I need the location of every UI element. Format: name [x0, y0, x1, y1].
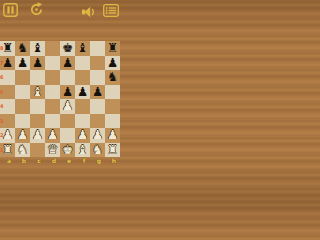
piece-black-knight[interactable]: ♞: [107, 70, 118, 84]
piece-black-pawn[interactable]: ♟: [62, 56, 73, 70]
square-h4[interactable]: [105, 99, 120, 114]
piece-black-pawn[interactable]: ♟: [107, 56, 118, 70]
piece-black-knight[interactable]: ♞: [17, 41, 28, 55]
square-e5[interactable]: ♟: [60, 85, 75, 100]
square-g1[interactable]: ♞: [90, 143, 105, 158]
piece-black-pawn[interactable]: ♟: [17, 56, 28, 70]
piece-black-rook[interactable]: ♜: [107, 41, 118, 55]
file-label-f: f: [75, 157, 90, 165]
piece-black-bishop[interactable]: ♝: [77, 41, 88, 55]
square-h5[interactable]: [105, 85, 120, 100]
square-e7[interactable]: ♟: [60, 56, 75, 71]
square-b7[interactable]: ♟: [15, 56, 30, 71]
piece-white-bishop[interactable]: ♝: [32, 85, 43, 99]
square-d2[interactable]: ♟: [45, 128, 60, 143]
piece-black-pawn[interactable]: ♟: [32, 56, 43, 70]
square-d7[interactable]: [45, 56, 60, 71]
piece-white-queen[interactable]: ♛: [47, 143, 58, 157]
chess-app: { "app": {"description": "wooden chess g…: [0, 0, 120, 200]
file-label-b: b: [15, 157, 30, 165]
square-f3[interactable]: [75, 114, 90, 129]
square-c1[interactable]: [30, 143, 45, 158]
square-c4[interactable]: [30, 99, 45, 114]
square-b4[interactable]: [15, 99, 30, 114]
file-label-h: h: [105, 157, 120, 165]
square-h8[interactable]: ♜: [105, 41, 120, 56]
file-label-d: d: [45, 157, 60, 165]
square-e8[interactable]: ♚: [60, 41, 75, 56]
file-labels: abcdefgh: [0, 157, 120, 165]
square-d5[interactable]: [45, 85, 60, 100]
piece-white-pawn[interactable]: ♟: [77, 128, 88, 142]
piece-black-bishop[interactable]: ♝: [32, 41, 43, 55]
square-d6[interactable]: [45, 70, 60, 85]
square-f5[interactable]: ♟: [75, 85, 90, 100]
file-label-g: g: [90, 157, 105, 165]
square-e2[interactable]: [60, 128, 75, 143]
piece-white-pawn[interactable]: ♟: [92, 128, 103, 142]
pause-icon: [3, 3, 18, 17]
piece-white-pawn[interactable]: ♟: [107, 128, 118, 142]
piece-white-pawn[interactable]: ♟: [32, 128, 43, 142]
square-d8[interactable]: [45, 41, 60, 56]
square-g5[interactable]: ♟: [90, 85, 105, 100]
piece-white-pawn[interactable]: ♟: [47, 128, 58, 142]
file-label-a: a: [0, 157, 15, 165]
rank-label-4: 4: [0, 99, 5, 114]
square-g2[interactable]: ♟: [90, 128, 105, 143]
square-f4[interactable]: [75, 99, 90, 114]
square-h3[interactable]: [105, 114, 120, 129]
rank-label-1: 1: [0, 143, 5, 158]
square-h6[interactable]: ♞: [105, 70, 120, 85]
file-label-c: c: [30, 157, 45, 165]
square-g3[interactable]: [90, 114, 105, 129]
piece-white-pawn[interactable]: ♟: [17, 128, 28, 142]
square-f7[interactable]: [75, 56, 90, 71]
square-h7[interactable]: ♟: [105, 56, 120, 71]
piece-black-king[interactable]: ♚: [62, 41, 73, 55]
piece-white-bishop[interactable]: ♝: [77, 143, 88, 157]
square-b1[interactable]: ♞: [15, 143, 30, 158]
square-c6[interactable]: [30, 70, 45, 85]
piece-white-rook[interactable]: ♜: [107, 143, 118, 157]
square-f6[interactable]: [75, 70, 90, 85]
square-e4[interactable]: ♟: [60, 99, 75, 114]
menu-button[interactable]: [103, 2, 119, 21]
menu-icon: [103, 4, 119, 17]
rotate-icon: [28, 2, 45, 17]
rank-label-3: 3: [0, 114, 5, 129]
square-d3[interactable]: [45, 114, 60, 129]
piece-black-pawn[interactable]: ♟: [62, 85, 73, 99]
square-c3[interactable]: [30, 114, 45, 129]
rank-label-8: 8: [0, 41, 5, 56]
square-e3[interactable]: [60, 114, 75, 129]
square-b8[interactable]: ♞: [15, 41, 30, 56]
square-g7[interactable]: [90, 56, 105, 71]
square-d1[interactable]: ♛: [45, 143, 60, 158]
rank-label-7: 7: [0, 56, 5, 71]
sound-icon: [81, 6, 96, 18]
piece-black-pawn[interactable]: ♟: [92, 85, 103, 99]
rotate-button[interactable]: [28, 2, 45, 21]
square-e6[interactable]: [60, 70, 75, 85]
square-e1[interactable]: ♚: [60, 143, 75, 158]
piece-black-pawn[interactable]: ♟: [77, 85, 88, 99]
rank-label-6: 6: [0, 70, 5, 85]
square-h1[interactable]: ♜: [105, 143, 120, 158]
rank-label-5: 5: [0, 85, 5, 100]
piece-white-pawn[interactable]: ♟: [62, 99, 73, 113]
square-c5[interactable]: ♝: [30, 85, 45, 100]
piece-white-knight[interactable]: ♞: [17, 143, 28, 157]
square-c7[interactable]: ♟: [30, 56, 45, 71]
square-c2[interactable]: ♟: [30, 128, 45, 143]
square-f2[interactable]: ♟: [75, 128, 90, 143]
square-g4[interactable]: [90, 99, 105, 114]
pause-button[interactable]: [3, 2, 18, 21]
sound-button[interactable]: [81, 3, 96, 22]
square-c8[interactable]: ♝: [30, 41, 45, 56]
square-f8[interactable]: ♝: [75, 41, 90, 56]
square-b6[interactable]: [15, 70, 30, 85]
file-label-e: e: [60, 157, 75, 165]
square-h2[interactable]: ♟: [105, 128, 120, 143]
square-g6[interactable]: [90, 70, 105, 85]
piece-white-king[interactable]: ♚: [62, 143, 73, 157]
square-f1[interactable]: ♝: [75, 143, 90, 158]
piece-white-knight[interactable]: ♞: [92, 143, 103, 157]
square-b2[interactable]: ♟: [15, 128, 30, 143]
rank-label-2: 2: [0, 128, 5, 143]
chess-board: ♜♞♝♚♝♜♟♟♟♟♟♞♝♟♟♟♟♟♟♟♟♟♟♟♜♞♛♚♝♞♜: [0, 41, 120, 157]
square-b3[interactable]: [15, 114, 30, 129]
rank-labels: 87654321: [0, 41, 5, 157]
square-b5[interactable]: [15, 85, 30, 100]
square-d4[interactable]: [45, 99, 60, 114]
square-g8[interactable]: [90, 41, 105, 56]
